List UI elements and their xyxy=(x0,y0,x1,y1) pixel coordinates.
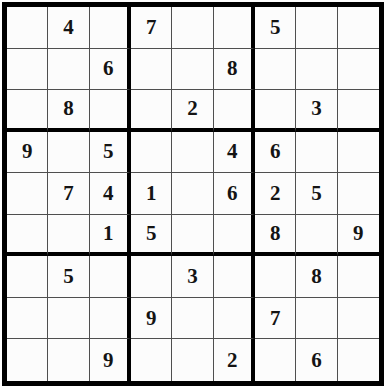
cell-r7c3-empty[interactable] xyxy=(90,256,131,298)
cell-r9c1-empty[interactable] xyxy=(7,339,48,381)
cell-r7c5-given: 3 xyxy=(172,256,213,298)
cell-r3c9-empty[interactable] xyxy=(338,90,379,132)
cell-r9c6-given: 2 xyxy=(214,339,255,381)
cell-r1c7-given: 5 xyxy=(255,7,296,49)
cell-r5c5-empty[interactable] xyxy=(172,173,213,215)
sudoku-board: 475688239546741625158953897926 xyxy=(2,2,384,386)
cell-r5c2-given: 7 xyxy=(48,173,89,215)
cell-r2c4-empty[interactable] xyxy=(131,49,172,91)
cell-r4c6-given: 4 xyxy=(214,132,255,174)
cell-r1c3-empty[interactable] xyxy=(90,7,131,49)
cell-r4c4-empty[interactable] xyxy=(131,132,172,174)
page: 475688239546741625158953897926 xyxy=(0,0,386,386)
cell-r7c9-empty[interactable] xyxy=(338,256,379,298)
cell-r8c6-empty[interactable] xyxy=(214,298,255,340)
cell-r2c5-empty[interactable] xyxy=(172,49,213,91)
cell-r5c4-given: 1 xyxy=(131,173,172,215)
cell-r2c1-empty[interactable] xyxy=(7,49,48,91)
cell-r7c7-empty[interactable] xyxy=(255,256,296,298)
cell-r3c1-empty[interactable] xyxy=(7,90,48,132)
cell-r7c6-empty[interactable] xyxy=(214,256,255,298)
cell-r1c4-given: 7 xyxy=(131,7,172,49)
cell-r6c6-empty[interactable] xyxy=(214,215,255,257)
cell-r3c5-given: 2 xyxy=(172,90,213,132)
cell-r6c3-given: 1 xyxy=(90,215,131,257)
cell-r1c6-empty[interactable] xyxy=(214,7,255,49)
cell-r1c2-given: 4 xyxy=(48,7,89,49)
cell-r4c3-given: 5 xyxy=(90,132,131,174)
cell-r1c9-empty[interactable] xyxy=(338,7,379,49)
cell-r6c8-empty[interactable] xyxy=(296,215,337,257)
cell-r5c9-empty[interactable] xyxy=(338,173,379,215)
cell-r7c4-empty[interactable] xyxy=(131,256,172,298)
cell-r2c3-given: 6 xyxy=(90,49,131,91)
cell-r5c7-given: 2 xyxy=(255,173,296,215)
cell-r2c9-empty[interactable] xyxy=(338,49,379,91)
cell-r9c9-empty[interactable] xyxy=(338,339,379,381)
cell-r8c5-empty[interactable] xyxy=(172,298,213,340)
cell-r8c3-empty[interactable] xyxy=(90,298,131,340)
cell-r8c8-empty[interactable] xyxy=(296,298,337,340)
cell-r3c7-empty[interactable] xyxy=(255,90,296,132)
cell-r1c5-empty[interactable] xyxy=(172,7,213,49)
cell-r6c7-given: 8 xyxy=(255,215,296,257)
cell-r3c6-empty[interactable] xyxy=(214,90,255,132)
cell-r6c1-empty[interactable] xyxy=(7,215,48,257)
cell-r8c9-empty[interactable] xyxy=(338,298,379,340)
cell-r9c8-given: 6 xyxy=(296,339,337,381)
cell-r6c5-empty[interactable] xyxy=(172,215,213,257)
cell-r6c9-given: 9 xyxy=(338,215,379,257)
cell-r4c5-empty[interactable] xyxy=(172,132,213,174)
cell-r2c7-empty[interactable] xyxy=(255,49,296,91)
cell-r8c4-given: 9 xyxy=(131,298,172,340)
cell-r9c3-given: 9 xyxy=(90,339,131,381)
cell-r7c8-given: 8 xyxy=(296,256,337,298)
cell-r6c4-given: 5 xyxy=(131,215,172,257)
cell-r8c2-empty[interactable] xyxy=(48,298,89,340)
cell-r5c3-given: 4 xyxy=(90,173,131,215)
cell-r4c1-given: 9 xyxy=(7,132,48,174)
cell-r9c5-empty[interactable] xyxy=(172,339,213,381)
cell-r2c8-empty[interactable] xyxy=(296,49,337,91)
cell-r1c8-empty[interactable] xyxy=(296,7,337,49)
cell-r4c9-empty[interactable] xyxy=(338,132,379,174)
cell-r3c4-empty[interactable] xyxy=(131,90,172,132)
cell-r9c4-empty[interactable] xyxy=(131,339,172,381)
cell-r2c6-given: 8 xyxy=(214,49,255,91)
cell-r7c2-given: 5 xyxy=(48,256,89,298)
cell-r4c8-empty[interactable] xyxy=(296,132,337,174)
cell-r1c1-empty[interactable] xyxy=(7,7,48,49)
cell-r3c3-empty[interactable] xyxy=(90,90,131,132)
cell-r5c6-given: 6 xyxy=(214,173,255,215)
cell-r5c1-empty[interactable] xyxy=(7,173,48,215)
cell-r3c8-given: 3 xyxy=(296,90,337,132)
cell-r3c2-given: 8 xyxy=(48,90,89,132)
cell-r9c7-empty[interactable] xyxy=(255,339,296,381)
cell-r5c8-given: 5 xyxy=(296,173,337,215)
cell-r8c7-given: 7 xyxy=(255,298,296,340)
cell-r7c1-empty[interactable] xyxy=(7,256,48,298)
cell-r2c2-empty[interactable] xyxy=(48,49,89,91)
cell-r4c7-given: 6 xyxy=(255,132,296,174)
cell-r9c2-empty[interactable] xyxy=(48,339,89,381)
cell-r4c2-empty[interactable] xyxy=(48,132,89,174)
cell-r8c1-empty[interactable] xyxy=(7,298,48,340)
cell-r6c2-empty[interactable] xyxy=(48,215,89,257)
